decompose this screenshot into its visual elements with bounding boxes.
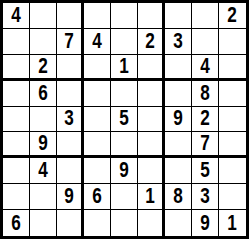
cell-r8c9[interactable] xyxy=(219,184,246,210)
cell-r9c2[interactable] xyxy=(30,210,57,236)
cell-r8c6[interactable]: 1 xyxy=(138,184,165,210)
cell-r5c6[interactable] xyxy=(138,107,165,133)
cell-r9c9[interactable]: 1 xyxy=(219,210,246,236)
cell-r1c6[interactable] xyxy=(138,3,165,29)
cell-r1c4[interactable] xyxy=(84,3,111,29)
cell-r6c8[interactable]: 7 xyxy=(192,132,219,158)
cell-r1c8[interactable] xyxy=(192,3,219,29)
cell-r5c8[interactable]: 2 xyxy=(192,107,219,133)
sudoku-page: 4274232146835929749596183691 xyxy=(0,0,249,239)
cell-r6c9[interactable] xyxy=(219,132,246,158)
given-digit: 4 xyxy=(11,4,21,27)
cell-r9c4[interactable] xyxy=(84,210,111,236)
cell-r7c6[interactable] xyxy=(138,158,165,184)
cell-r9c8[interactable]: 9 xyxy=(192,210,219,236)
cell-r7c9[interactable] xyxy=(219,158,246,184)
cell-r1c1[interactable]: 4 xyxy=(3,3,30,29)
given-digit: 4 xyxy=(38,159,48,182)
cell-r2c5[interactable] xyxy=(111,29,138,55)
sudoku-board: 4274232146835929749596183691 xyxy=(0,0,249,239)
given-digit: 3 xyxy=(173,30,183,53)
given-digit: 3 xyxy=(200,185,210,208)
given-digit: 8 xyxy=(173,185,183,208)
cell-r6c2[interactable]: 9 xyxy=(30,132,57,158)
cell-r6c7[interactable] xyxy=(165,132,192,158)
cell-r7c1[interactable] xyxy=(3,158,30,184)
given-digit: 5 xyxy=(119,107,129,130)
given-digit: 9 xyxy=(200,212,210,235)
given-digit: 7 xyxy=(200,132,210,155)
cell-r4c9[interactable] xyxy=(219,81,246,107)
cell-r3c7[interactable] xyxy=(165,55,192,81)
cell-r4c2[interactable]: 6 xyxy=(30,81,57,107)
cell-r3c2[interactable]: 2 xyxy=(30,55,57,81)
cell-r5c4[interactable] xyxy=(84,107,111,133)
cell-r4c1[interactable] xyxy=(3,81,30,107)
given-digit: 1 xyxy=(228,212,238,235)
cell-r4c8[interactable]: 8 xyxy=(192,81,219,107)
cell-r6c6[interactable] xyxy=(138,132,165,158)
cell-r7c5[interactable]: 9 xyxy=(111,158,138,184)
given-digit: 8 xyxy=(200,82,210,105)
cell-r9c3[interactable] xyxy=(57,210,84,236)
cell-r2c6[interactable]: 2 xyxy=(138,29,165,55)
given-digit: 9 xyxy=(64,185,74,208)
cell-r1c3[interactable] xyxy=(57,3,84,29)
cell-r6c1[interactable] xyxy=(3,132,30,158)
cell-r2c2[interactable] xyxy=(30,29,57,55)
cell-r1c5[interactable] xyxy=(111,3,138,29)
cell-r2c1[interactable] xyxy=(3,29,30,55)
cell-r8c3[interactable]: 9 xyxy=(57,184,84,210)
cell-r2c7[interactable]: 3 xyxy=(165,29,192,55)
given-digit: 1 xyxy=(119,55,129,78)
cell-r5c1[interactable] xyxy=(3,107,30,133)
given-digit: 7 xyxy=(64,30,74,53)
cell-r7c3[interactable] xyxy=(57,158,84,184)
given-digit: 6 xyxy=(92,185,102,208)
cell-r5c5[interactable]: 5 xyxy=(111,107,138,133)
cell-r5c2[interactable] xyxy=(30,107,57,133)
cell-r4c7[interactable] xyxy=(165,81,192,107)
cell-r5c9[interactable] xyxy=(219,107,246,133)
cell-r8c5[interactable] xyxy=(111,184,138,210)
cell-r9c7[interactable] xyxy=(165,210,192,236)
given-digit: 4 xyxy=(200,55,210,78)
cell-r9c1[interactable]: 6 xyxy=(3,210,30,236)
cell-r7c2[interactable]: 4 xyxy=(30,158,57,184)
cell-r2c3[interactable]: 7 xyxy=(57,29,84,55)
cell-r2c4[interactable]: 4 xyxy=(84,29,111,55)
cell-r3c4[interactable] xyxy=(84,55,111,81)
cell-r5c7[interactable]: 9 xyxy=(165,107,192,133)
given-digit: 2 xyxy=(228,4,238,27)
cell-r1c7[interactable] xyxy=(165,3,192,29)
cell-r6c3[interactable] xyxy=(57,132,84,158)
cell-r8c8[interactable]: 3 xyxy=(192,184,219,210)
cell-r8c1[interactable] xyxy=(3,184,30,210)
cell-r3c8[interactable]: 4 xyxy=(192,55,219,81)
given-digit: 2 xyxy=(145,30,155,53)
given-digit: 5 xyxy=(200,159,210,182)
cell-r3c1[interactable] xyxy=(3,55,30,81)
cell-r8c2[interactable] xyxy=(30,184,57,210)
given-digit: 2 xyxy=(38,55,48,78)
cell-r7c7[interactable] xyxy=(165,158,192,184)
given-digit: 6 xyxy=(38,82,48,105)
cell-r4c4[interactable] xyxy=(84,81,111,107)
cell-r3c3[interactable] xyxy=(57,55,84,81)
cell-r7c8[interactable]: 5 xyxy=(192,158,219,184)
given-digit: 6 xyxy=(11,212,21,235)
given-digit: 4 xyxy=(92,30,102,53)
cell-r5c3[interactable]: 3 xyxy=(57,107,84,133)
given-digit: 9 xyxy=(119,159,129,182)
cell-r8c7[interactable]: 8 xyxy=(165,184,192,210)
cell-r3c6[interactable] xyxy=(138,55,165,81)
cell-r6c4[interactable] xyxy=(84,132,111,158)
given-digit: 9 xyxy=(38,132,48,155)
given-digit: 9 xyxy=(173,107,183,130)
cell-r4c5[interactable] xyxy=(111,81,138,107)
cell-r4c3[interactable] xyxy=(57,81,84,107)
cell-r2c9[interactable] xyxy=(219,29,246,55)
cell-r1c9[interactable]: 2 xyxy=(219,3,246,29)
cell-r1c2[interactable] xyxy=(30,3,57,29)
cell-r2c8[interactable] xyxy=(192,29,219,55)
cell-r9c6[interactable] xyxy=(138,210,165,236)
cell-r4c6[interactable] xyxy=(138,81,165,107)
given-digit: 1 xyxy=(145,185,155,208)
cell-r9c5[interactable] xyxy=(111,210,138,236)
cell-r7c4[interactable] xyxy=(84,158,111,184)
given-digit: 3 xyxy=(64,107,74,130)
cell-r8c4[interactable]: 6 xyxy=(84,184,111,210)
cell-r3c5[interactable]: 1 xyxy=(111,55,138,81)
given-digit: 2 xyxy=(200,107,210,130)
cell-r3c9[interactable] xyxy=(219,55,246,81)
cell-r6c5[interactable] xyxy=(111,132,138,158)
